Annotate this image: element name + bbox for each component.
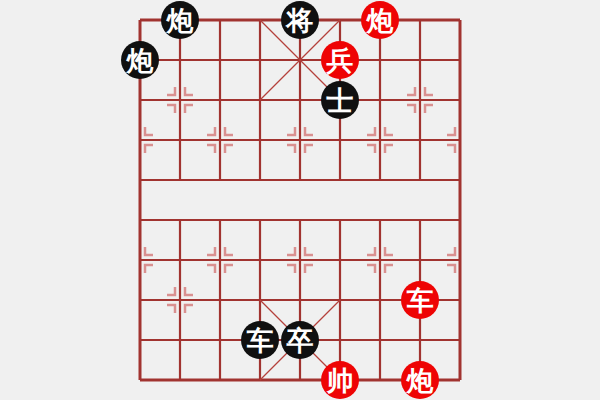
piece-black-chariot[interactable]: 车 bbox=[241, 321, 279, 359]
piece-red-cannon[interactable]: 炮 bbox=[361, 1, 399, 39]
piece-black-cannon[interactable]: 炮 bbox=[121, 41, 159, 79]
piece-red-chariot[interactable]: 车 bbox=[401, 281, 439, 319]
piece-red-general[interactable]: 帅 bbox=[321, 361, 359, 399]
xiangqi-board: 炮将炮炮兵士车车卒帅炮 bbox=[0, 0, 600, 400]
piece-red-soldier[interactable]: 兵 bbox=[321, 41, 359, 79]
piece-black-soldier[interactable]: 卒 bbox=[281, 321, 319, 359]
piece-red-cannon[interactable]: 炮 bbox=[401, 361, 439, 399]
pieces-layer: 炮将炮炮兵士车车卒帅炮 bbox=[120, 0, 480, 400]
piece-black-cannon[interactable]: 炮 bbox=[161, 1, 199, 39]
piece-black-advisor[interactable]: 士 bbox=[321, 81, 359, 119]
piece-black-general[interactable]: 将 bbox=[281, 1, 319, 39]
